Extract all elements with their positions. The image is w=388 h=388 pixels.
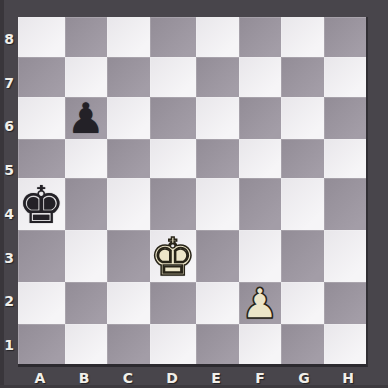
square-d7[interactable] — [150, 57, 197, 97]
square-h7[interactable] — [324, 57, 366, 97]
square-f3[interactable] — [239, 230, 281, 282]
square-h5[interactable] — [324, 139, 366, 179]
square-f5[interactable] — [239, 139, 281, 179]
square-a6[interactable] — [18, 97, 65, 139]
file-label-e: E — [194, 370, 238, 386]
square-b3[interactable] — [65, 230, 107, 282]
file-label-a: A — [18, 370, 62, 386]
square-g5[interactable] — [281, 139, 323, 179]
square-g7[interactable] — [281, 57, 323, 97]
square-a7[interactable] — [18, 57, 65, 97]
square-e3[interactable] — [196, 230, 238, 282]
square-d8[interactable] — [150, 17, 197, 57]
square-a4[interactable]: ♚ — [18, 178, 65, 230]
square-h2[interactable] — [324, 282, 366, 324]
square-d3[interactable]: ♚ — [150, 230, 197, 282]
square-d5[interactable] — [150, 139, 197, 179]
square-a3[interactable] — [18, 230, 65, 282]
square-h8[interactable] — [324, 17, 366, 57]
file-label-g: G — [282, 370, 326, 386]
square-f7[interactable] — [239, 57, 281, 97]
square-g8[interactable] — [281, 17, 323, 57]
square-f8[interactable] — [239, 17, 281, 57]
square-f1[interactable] — [239, 324, 281, 364]
square-e1[interactable] — [196, 324, 238, 364]
square-b2[interactable] — [65, 282, 107, 324]
rank-label-6: 6 — [0, 105, 18, 149]
white-king-d3[interactable]: ♚ — [150, 231, 197, 283]
file-label-f: F — [238, 370, 282, 386]
square-g6[interactable] — [281, 97, 323, 139]
square-c6[interactable] — [107, 97, 149, 139]
square-a8[interactable] — [18, 17, 65, 57]
black-pawn-b6[interactable]: ♟ — [67, 98, 105, 140]
square-d1[interactable] — [150, 324, 197, 364]
rank-label-2: 2 — [0, 280, 18, 324]
file-label-c: C — [106, 370, 150, 386]
square-c5[interactable] — [107, 139, 149, 179]
square-e8[interactable] — [196, 17, 238, 57]
rank-label-1: 1 — [0, 323, 18, 367]
square-e6[interactable] — [196, 97, 238, 139]
square-g4[interactable] — [281, 178, 323, 230]
square-f6[interactable] — [239, 97, 281, 139]
square-b6[interactable]: ♟ — [65, 97, 107, 139]
square-a1[interactable] — [18, 324, 65, 364]
square-g2[interactable] — [281, 282, 323, 324]
square-b4[interactable] — [65, 178, 107, 230]
square-c1[interactable] — [107, 324, 149, 364]
rank-label-7: 7 — [0, 61, 18, 105]
square-d4[interactable] — [150, 178, 197, 230]
file-labels: ABCDEFGH — [18, 370, 370, 386]
square-a5[interactable] — [18, 139, 65, 179]
chess-board[interactable]: ♟♚♚♟ — [18, 17, 368, 367]
file-label-h: H — [326, 370, 370, 386]
rank-label-8: 8 — [0, 17, 18, 61]
black-king-a4[interactable]: ♚ — [18, 179, 65, 231]
square-e2[interactable] — [196, 282, 238, 324]
file-label-b: B — [62, 370, 106, 386]
square-e7[interactable] — [196, 57, 238, 97]
square-c2[interactable] — [107, 282, 149, 324]
square-c7[interactable] — [107, 57, 149, 97]
square-c4[interactable] — [107, 178, 149, 230]
square-f4[interactable] — [239, 178, 281, 230]
square-f2[interactable]: ♟ — [239, 282, 281, 324]
rank-label-4: 4 — [0, 192, 18, 236]
file-label-d: D — [150, 370, 194, 386]
square-d2[interactable] — [150, 282, 197, 324]
square-b1[interactable] — [65, 324, 107, 364]
white-pawn-f2[interactable]: ♟ — [241, 283, 279, 325]
square-c3[interactable] — [107, 230, 149, 282]
rank-label-5: 5 — [0, 148, 18, 192]
square-g1[interactable] — [281, 324, 323, 364]
square-b8[interactable] — [65, 17, 107, 57]
square-c8[interactable] — [107, 17, 149, 57]
square-d6[interactable] — [150, 97, 197, 139]
rank-label-3: 3 — [0, 236, 18, 280]
square-b5[interactable] — [65, 139, 107, 179]
square-h3[interactable] — [324, 230, 366, 282]
rank-labels: 87654321 — [0, 17, 18, 367]
square-h4[interactable] — [324, 178, 366, 230]
square-h1[interactable] — [324, 324, 366, 364]
square-e5[interactable] — [196, 139, 238, 179]
square-g3[interactable] — [281, 230, 323, 282]
chess-app-window: 87654321 ♟♚♚♟ ABCDEFGH — [0, 0, 388, 388]
square-h6[interactable] — [324, 97, 366, 139]
square-b7[interactable] — [65, 57, 107, 97]
square-e4[interactable] — [196, 178, 238, 230]
square-a2[interactable] — [18, 282, 65, 324]
